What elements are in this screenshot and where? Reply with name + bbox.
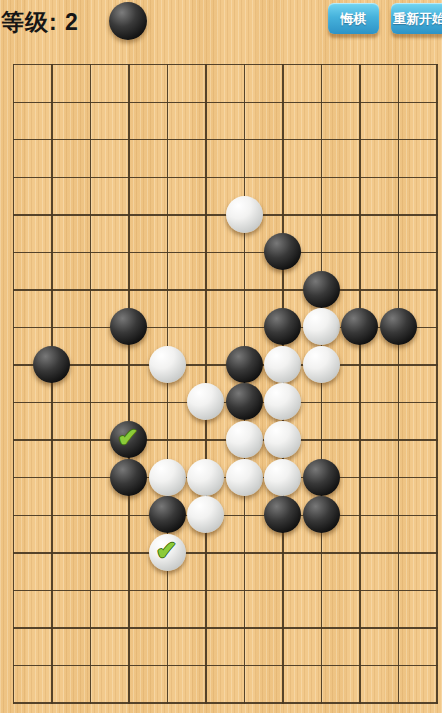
stone-black	[226, 346, 263, 383]
stone-black	[341, 308, 378, 345]
stone-white	[303, 346, 340, 383]
stone-white	[187, 459, 224, 496]
stone-black	[110, 459, 147, 496]
undo-button[interactable]: 悔棋	[328, 3, 379, 34]
header-bar: 等级: 2 悔棋 重新开始	[0, 0, 442, 52]
stone-white	[264, 459, 301, 496]
stone-white	[226, 196, 263, 233]
gomoku-board[interactable]: ✔✔	[13, 64, 442, 713]
stone-white	[187, 496, 224, 533]
last-move-check-icon: ✔	[118, 425, 139, 450]
stone-white	[264, 421, 301, 458]
restart-button[interactable]: 重新开始	[391, 3, 442, 34]
stone-black	[380, 308, 417, 345]
level-label: 等级: 2	[1, 7, 79, 38]
stone-white	[226, 421, 263, 458]
black-turn-stone-icon	[109, 2, 147, 40]
stone-black	[303, 496, 340, 533]
stone-black	[264, 308, 301, 345]
stone-white: ✔	[149, 534, 186, 571]
stone-white	[303, 308, 340, 345]
stone-white	[264, 346, 301, 383]
app-screen: 等级: 2 悔棋 重新开始 ✔✔	[0, 0, 442, 713]
stone-black	[110, 308, 147, 345]
stone-white	[226, 459, 263, 496]
stone-black	[303, 459, 340, 496]
stone-black	[264, 496, 301, 533]
stone-black	[149, 496, 186, 533]
stone-black	[33, 346, 70, 383]
stone-white	[149, 459, 186, 496]
stone-white	[149, 346, 186, 383]
stone-black	[226, 383, 263, 420]
stone-white	[264, 383, 301, 420]
stone-black: ✔	[110, 421, 147, 458]
stone-black	[264, 233, 301, 270]
last-move-check-icon: ✔	[156, 538, 177, 563]
stone-white	[187, 383, 224, 420]
stone-black	[303, 271, 340, 308]
